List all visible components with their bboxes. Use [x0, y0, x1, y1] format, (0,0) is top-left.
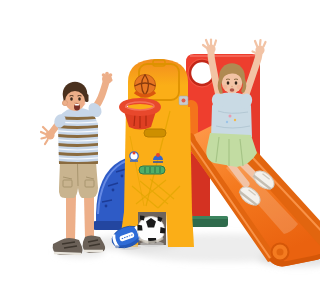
- girl-mouth: [230, 88, 235, 91]
- roller-toy: [139, 166, 165, 174]
- brand-tag: [179, 96, 188, 105]
- toy-soccer-ball: [138, 216, 166, 244]
- basketball: [135, 75, 156, 97]
- spinner-toy-left: [130, 152, 138, 162]
- product-photo: [40, 16, 320, 300]
- scene-canvas: [40, 16, 320, 300]
- tower-leg-right: [166, 212, 194, 247]
- handle-slot: [144, 129, 166, 137]
